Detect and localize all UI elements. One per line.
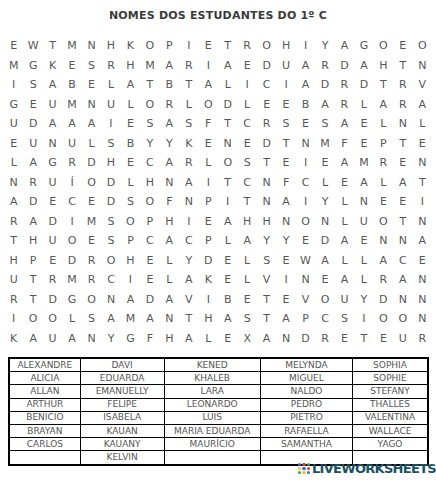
grid-letter-cell[interactable]: L bbox=[354, 270, 373, 290]
grid-letter-cell[interactable]: S bbox=[101, 134, 120, 154]
grid-letter-cell[interactable]: E bbox=[335, 173, 354, 193]
grid-letter-cell[interactable]: I bbox=[276, 270, 295, 290]
grid-letter-cell[interactable]: R bbox=[374, 270, 393, 290]
grid-letter-cell[interactable]: S bbox=[82, 309, 101, 329]
grid-letter-cell[interactable]: E bbox=[218, 270, 237, 290]
grid-letter-cell[interactable]: O bbox=[374, 309, 393, 329]
grid-letter-cell[interactable]: U bbox=[335, 290, 354, 310]
grid-letter-cell[interactable]: U bbox=[43, 231, 62, 251]
grid-letter-cell[interactable]: N bbox=[296, 134, 315, 154]
grid-letter-cell[interactable]: I bbox=[101, 114, 120, 134]
grid-letter-cell[interactable]: G bbox=[43, 153, 62, 173]
grid-letter-cell[interactable]: D bbox=[199, 251, 218, 271]
grid-letter-cell[interactable]: F bbox=[276, 173, 295, 193]
grid-letter-cell[interactable]: O bbox=[62, 231, 81, 251]
grid-letter-cell[interactable]: R bbox=[179, 153, 198, 173]
grid-letter-cell[interactable]: O bbox=[413, 36, 432, 56]
grid-letter-cell[interactable]: S bbox=[276, 114, 295, 134]
grid-letter-cell[interactable]: T bbox=[140, 75, 159, 95]
grid-letter-cell[interactable]: T bbox=[257, 290, 276, 310]
grid-letter-cell[interactable]: A bbox=[374, 95, 393, 115]
grid-letter-cell[interactable]: T bbox=[237, 192, 256, 212]
grid-letter-cell[interactable]: A bbox=[160, 153, 179, 173]
grid-letter-cell[interactable]: E bbox=[276, 153, 295, 173]
liveworksheets-watermark[interactable]: LIVEWORKSHEETS bbox=[298, 461, 436, 476]
grid-letter-cell[interactable]: T bbox=[354, 329, 373, 349]
grid-letter-cell[interactable]: A bbox=[23, 212, 42, 232]
grid-letter-cell[interactable]: E bbox=[296, 114, 315, 134]
grid-letter-cell[interactable]: O bbox=[374, 36, 393, 56]
grid-letter-cell[interactable]: B bbox=[296, 95, 315, 115]
grid-letter-cell[interactable]: R bbox=[4, 212, 23, 232]
grid-letter-cell[interactable]: L bbox=[199, 153, 218, 173]
grid-letter-cell[interactable]: A bbox=[315, 95, 334, 115]
grid-letter-cell[interactable]: O bbox=[82, 173, 101, 193]
grid-letter-cell[interactable]: A bbox=[101, 309, 120, 329]
grid-letter-cell[interactable]: E bbox=[374, 329, 393, 349]
grid-letter-cell[interactable]: D bbox=[43, 290, 62, 310]
grid-letter-cell[interactable]: H bbox=[101, 36, 120, 56]
grid-letter-cell[interactable]: F bbox=[160, 192, 179, 212]
grid-letter-cell[interactable]: B bbox=[160, 75, 179, 95]
grid-letter-cell[interactable]: E bbox=[315, 153, 334, 173]
grid-letter-cell[interactable]: O bbox=[140, 192, 159, 212]
grid-letter-cell[interactable]: A bbox=[43, 114, 62, 134]
grid-letter-cell[interactable]: O bbox=[140, 36, 159, 56]
grid-letter-cell[interactable]: W bbox=[296, 251, 315, 271]
grid-letter-cell[interactable]: M bbox=[315, 134, 334, 154]
grid-letter-cell[interactable]: T bbox=[23, 290, 42, 310]
grid-letter-cell[interactable]: P bbox=[140, 212, 159, 232]
grid-letter-cell[interactable]: L bbox=[354, 95, 373, 115]
grid-letter-cell[interactable]: L bbox=[4, 153, 23, 173]
grid-letter-cell[interactable]: P bbox=[199, 231, 218, 251]
grid-letter-cell[interactable]: N bbox=[82, 329, 101, 349]
grid-letter-cell[interactable]: H bbox=[140, 173, 159, 193]
grid-letter-cell[interactable]: R bbox=[82, 251, 101, 271]
grid-letter-cell[interactable]: D bbox=[335, 56, 354, 76]
grid-letter-cell[interactable]: A bbox=[413, 95, 432, 115]
grid-letter-cell[interactable]: A bbox=[82, 114, 101, 134]
grid-letter-cell[interactable]: L bbox=[160, 251, 179, 271]
grid-letter-cell[interactable]: S bbox=[101, 212, 120, 232]
grid-letter-cell[interactable]: H bbox=[237, 212, 256, 232]
grid-letter-cell[interactable]: I bbox=[296, 36, 315, 56]
grid-letter-cell[interactable]: A bbox=[62, 329, 81, 349]
grid-letter-cell[interactable]: D bbox=[23, 192, 42, 212]
grid-letter-cell[interactable]: A bbox=[218, 56, 237, 76]
grid-letter-cell[interactable]: I bbox=[62, 212, 81, 232]
grid-letter-cell[interactable]: G bbox=[62, 290, 81, 310]
grid-letter-cell[interactable]: U bbox=[43, 329, 62, 349]
grid-letter-cell[interactable]: D bbox=[62, 251, 81, 271]
grid-letter-cell[interactable]: T bbox=[393, 134, 412, 154]
grid-letter-cell[interactable]: D bbox=[101, 173, 120, 193]
grid-letter-cell[interactable]: I bbox=[199, 290, 218, 310]
grid-letter-cell[interactable]: P bbox=[296, 309, 315, 329]
grid-letter-cell[interactable]: O bbox=[296, 212, 315, 232]
grid-letter-cell[interactable]: U bbox=[354, 212, 373, 232]
grid-letter-cell[interactable]: E bbox=[140, 270, 159, 290]
grid-letter-cell[interactable]: M bbox=[354, 153, 373, 173]
grid-letter-cell[interactable]: E bbox=[237, 134, 256, 154]
grid-letter-cell[interactable]: E bbox=[413, 251, 432, 271]
grid-letter-cell[interactable]: N bbox=[43, 134, 62, 154]
grid-letter-cell[interactable]: I bbox=[179, 212, 198, 232]
grid-letter-cell[interactable]: N bbox=[413, 290, 432, 310]
grid-letter-cell[interactable]: D bbox=[257, 56, 276, 76]
grid-letter-cell[interactable]: C bbox=[101, 270, 120, 290]
grid-letter-cell[interactable]: V bbox=[296, 290, 315, 310]
grid-letter-cell[interactable]: S bbox=[140, 114, 159, 134]
grid-letter-cell[interactable]: A bbox=[140, 309, 159, 329]
grid-letter-cell[interactable]: L bbox=[374, 114, 393, 134]
grid-letter-cell[interactable]: P bbox=[23, 251, 42, 271]
grid-letter-cell[interactable]: A bbox=[335, 114, 354, 134]
grid-letter-cell[interactable]: D bbox=[82, 153, 101, 173]
grid-letter-cell[interactable]: B bbox=[218, 290, 237, 310]
grid-letter-cell[interactable]: L bbox=[160, 270, 179, 290]
grid-letter-cell[interactable]: T bbox=[257, 153, 276, 173]
grid-letter-cell[interactable]: A bbox=[296, 56, 315, 76]
grid-letter-cell[interactable]: N bbox=[82, 36, 101, 56]
grid-letter-cell[interactable]: R bbox=[374, 153, 393, 173]
grid-letter-cell[interactable]: E bbox=[354, 231, 373, 251]
grid-letter-cell[interactable]: V bbox=[257, 270, 276, 290]
grid-letter-cell[interactable]: Y bbox=[354, 290, 373, 310]
grid-letter-cell[interactable]: R bbox=[257, 114, 276, 134]
grid-letter-cell[interactable]: L bbox=[101, 75, 120, 95]
grid-letter-cell[interactable]: O bbox=[101, 251, 120, 271]
grid-letter-cell[interactable]: R bbox=[335, 95, 354, 115]
grid-letter-cell[interactable]: R bbox=[335, 75, 354, 95]
grid-letter-cell[interactable]: V bbox=[413, 75, 432, 95]
grid-letter-cell[interactable]: R bbox=[62, 153, 81, 173]
grid-letter-cell[interactable]: N bbox=[276, 212, 295, 232]
grid-letter-cell[interactable]: A bbox=[218, 309, 237, 329]
grid-letter-cell[interactable]: C bbox=[237, 114, 256, 134]
grid-letter-cell[interactable]: U bbox=[43, 173, 62, 193]
grid-letter-cell[interactable]: O bbox=[374, 212, 393, 232]
grid-letter-cell[interactable]: C bbox=[62, 192, 81, 212]
grid-letter-cell[interactable]: A bbox=[179, 173, 198, 193]
grid-letter-cell[interactable]: U bbox=[43, 95, 62, 115]
grid-letter-cell[interactable]: H bbox=[374, 56, 393, 76]
grid-letter-cell[interactable]: I bbox=[121, 270, 140, 290]
grid-letter-cell[interactable]: R bbox=[393, 95, 412, 115]
grid-letter-cell[interactable]: H bbox=[121, 251, 140, 271]
grid-letter-cell[interactable]: N bbox=[393, 114, 412, 134]
grid-letter-cell[interactable]: N bbox=[257, 192, 276, 212]
grid-letter-cell[interactable]: U bbox=[276, 56, 295, 76]
grid-letter-cell[interactable]: L bbox=[218, 75, 237, 95]
grid-letter-cell[interactable]: F bbox=[335, 134, 354, 154]
grid-letter-cell[interactable]: O bbox=[393, 309, 412, 329]
grid-letter-cell[interactable]: A bbox=[121, 290, 140, 310]
grid-letter-cell[interactable]: U bbox=[4, 270, 23, 290]
grid-letter-cell[interactable]: R bbox=[160, 95, 179, 115]
grid-letter-cell[interactable]: Y bbox=[315, 192, 334, 212]
grid-letter-cell[interactable]: N bbox=[4, 173, 23, 193]
grid-letter-cell[interactable]: E bbox=[82, 231, 101, 251]
grid-letter-cell[interactable]: S bbox=[121, 192, 140, 212]
grid-letter-cell[interactable]: A bbox=[296, 75, 315, 95]
grid-letter-cell[interactable]: N bbox=[393, 231, 412, 251]
grid-letter-cell[interactable]: S bbox=[101, 231, 120, 251]
grid-letter-cell[interactable]: D bbox=[218, 95, 237, 115]
grid-letter-cell[interactable]: A bbox=[179, 329, 198, 349]
grid-letter-cell[interactable]: A bbox=[199, 75, 218, 95]
grid-letter-cell[interactable]: E bbox=[199, 134, 218, 154]
grid-letter-cell[interactable]: S bbox=[237, 309, 256, 329]
grid-letter-cell[interactable]: H bbox=[257, 212, 276, 232]
grid-letter-cell[interactable]: L bbox=[354, 251, 373, 271]
grid-letter-cell[interactable]: A bbox=[335, 36, 354, 56]
grid-letter-cell[interactable]: R bbox=[4, 290, 23, 310]
grid-letter-cell[interactable]: H bbox=[160, 212, 179, 232]
grid-letter-cell[interactable]: T bbox=[218, 36, 237, 56]
grid-letter-cell[interactable]: H bbox=[23, 231, 42, 251]
grid-letter-cell[interactable]: I bbox=[199, 173, 218, 193]
grid-letter-cell[interactable]: L bbox=[179, 95, 198, 115]
grid-letter-cell[interactable]: T bbox=[413, 173, 432, 193]
grid-letter-cell[interactable]: M bbox=[140, 56, 159, 76]
grid-letter-cell[interactable]: N bbox=[160, 309, 179, 329]
grid-letter-cell[interactable]: Y bbox=[315, 36, 334, 56]
grid-letter-cell[interactable]: O bbox=[140, 95, 159, 115]
grid-letter-cell[interactable]: E bbox=[276, 95, 295, 115]
grid-letter-cell[interactable]: P bbox=[374, 134, 393, 154]
grid-letter-cell[interactable]: P bbox=[160, 36, 179, 56]
grid-letter-cell[interactable]: E bbox=[23, 95, 42, 115]
grid-letter-cell[interactable]: M bbox=[4, 56, 23, 76]
grid-letter-cell[interactable]: S bbox=[315, 114, 334, 134]
grid-letter-cell[interactable]: H bbox=[101, 153, 120, 173]
grid-letter-cell[interactable]: L bbox=[335, 192, 354, 212]
grid-letter-cell[interactable]: A bbox=[413, 231, 432, 251]
grid-letter-cell[interactable]: A bbox=[4, 192, 23, 212]
grid-letter-cell[interactable]: T bbox=[218, 114, 237, 134]
grid-letter-cell[interactable]: N bbox=[101, 290, 120, 310]
grid-letter-cell[interactable]: I bbox=[4, 309, 23, 329]
grid-letter-cell[interactable]: C bbox=[140, 153, 159, 173]
grid-letter-cell[interactable]: C bbox=[296, 173, 315, 193]
grid-letter-cell[interactable]: L bbox=[82, 134, 101, 154]
grid-letter-cell[interactable]: I bbox=[199, 56, 218, 76]
grid-letter-cell[interactable]: N bbox=[413, 270, 432, 290]
grid-letter-cell[interactable]: L bbox=[413, 114, 432, 134]
grid-letter-cell[interactable]: I bbox=[179, 36, 198, 56]
grid-letter-cell[interactable]: D bbox=[140, 290, 159, 310]
grid-letter-cell[interactable]: O bbox=[82, 290, 101, 310]
grid-letter-cell[interactable]: A bbox=[276, 192, 295, 212]
grid-letter-cell[interactable]: L bbox=[62, 309, 81, 329]
grid-letter-cell[interactable]: O bbox=[218, 153, 237, 173]
grid-letter-cell[interactable]: E bbox=[374, 192, 393, 212]
grid-letter-cell[interactable]: I bbox=[296, 153, 315, 173]
grid-letter-cell[interactable]: N bbox=[413, 153, 432, 173]
grid-letter-cell[interactable]: I bbox=[276, 75, 295, 95]
grid-letter-cell[interactable]: M bbox=[62, 36, 81, 56]
grid-letter-cell[interactable]: D bbox=[43, 212, 62, 232]
grid-letter-cell[interactable]: E bbox=[335, 329, 354, 349]
grid-letter-cell[interactable]: L bbox=[218, 231, 237, 251]
grid-letter-cell[interactable]: E bbox=[276, 290, 295, 310]
grid-letter-cell[interactable]: M bbox=[121, 309, 140, 329]
grid-letter-cell[interactable]: D bbox=[257, 134, 276, 154]
grid-letter-cell[interactable]: T bbox=[23, 270, 42, 290]
grid-letter-cell[interactable]: R bbox=[315, 56, 334, 76]
grid-letter-cell[interactable]: K bbox=[4, 329, 23, 349]
grid-letter-cell[interactable]: A bbox=[354, 173, 373, 193]
grid-letter-cell[interactable]: H bbox=[160, 329, 179, 349]
grid-letter-cell[interactable]: L bbox=[237, 251, 256, 271]
grid-letter-cell[interactable]: D bbox=[315, 75, 334, 95]
grid-letter-cell[interactable]: E bbox=[296, 231, 315, 251]
grid-letter-cell[interactable]: E bbox=[393, 153, 412, 173]
grid-letter-cell[interactable]: E bbox=[199, 36, 218, 56]
grid-letter-cell[interactable]: A bbox=[160, 114, 179, 134]
grid-letter-cell[interactable]: E bbox=[218, 251, 237, 271]
grid-letter-cell[interactable]: D bbox=[374, 290, 393, 310]
grid-letter-cell[interactable]: C bbox=[237, 173, 256, 193]
grid-letter-cell[interactable]: N bbox=[413, 309, 432, 329]
grid-letter-cell[interactable]: I bbox=[354, 309, 373, 329]
grid-letter-cell[interactable]: A bbox=[62, 114, 81, 134]
grid-letter-cell[interactable]: D bbox=[354, 75, 373, 95]
grid-letter-cell[interactable]: R bbox=[43, 270, 62, 290]
grid-letter-cell[interactable]: A bbox=[237, 231, 256, 251]
grid-letter-cell[interactable]: W bbox=[23, 36, 42, 56]
grid-letter-cell[interactable]: E bbox=[43, 251, 62, 271]
grid-letter-cell[interactable]: S bbox=[335, 309, 354, 329]
grid-letter-cell[interactable]: I bbox=[4, 75, 23, 95]
grid-letter-cell[interactable]: T bbox=[276, 134, 295, 154]
grid-letter-cell[interactable]: A bbox=[335, 153, 354, 173]
grid-letter-cell[interactable]: D bbox=[315, 231, 334, 251]
grid-letter-cell[interactable]: S bbox=[179, 114, 198, 134]
grid-letter-cell[interactable]: X bbox=[237, 329, 256, 349]
grid-letter-cell[interactable]: E bbox=[237, 290, 256, 310]
grid-letter-cell[interactable]: T bbox=[4, 231, 23, 251]
grid-letter-cell[interactable]: A bbox=[393, 270, 412, 290]
grid-letter-cell[interactable]: A bbox=[218, 212, 237, 232]
grid-letter-cell[interactable]: Í bbox=[62, 173, 81, 193]
grid-letter-cell[interactable]: Y bbox=[179, 251, 198, 271]
grid-letter-cell[interactable]: O bbox=[23, 309, 42, 329]
grid-letter-cell[interactable]: L bbox=[315, 173, 334, 193]
grid-letter-cell[interactable]: T bbox=[393, 212, 412, 232]
grid-letter-cell[interactable]: Y bbox=[276, 231, 295, 251]
grid-letter-cell[interactable]: A bbox=[179, 270, 198, 290]
grid-letter-cell[interactable]: I bbox=[296, 192, 315, 212]
grid-letter-cell[interactable]: A bbox=[257, 329, 276, 349]
grid-letter-cell[interactable]: O bbox=[257, 36, 276, 56]
grid-letter-cell[interactable]: U bbox=[4, 114, 23, 134]
grid-letter-cell[interactable]: F bbox=[140, 329, 159, 349]
grid-letter-cell[interactable]: G bbox=[121, 329, 140, 349]
grid-letter-cell[interactable]: L bbox=[374, 173, 393, 193]
grid-letter-cell[interactable]: A bbox=[276, 309, 295, 329]
grid-letter-cell[interactable]: A bbox=[23, 153, 42, 173]
grid-letter-cell[interactable]: N bbox=[179, 192, 198, 212]
grid-letter-cell[interactable]: E bbox=[43, 192, 62, 212]
grid-letter-cell[interactable]: H bbox=[121, 56, 140, 76]
grid-letter-cell[interactable]: S bbox=[257, 251, 276, 271]
grid-letter-cell[interactable]: E bbox=[393, 192, 412, 212]
grid-letter-cell[interactable]: P bbox=[121, 231, 140, 251]
grid-letter-cell[interactable]: E bbox=[121, 153, 140, 173]
grid-letter-cell[interactable]: R bbox=[23, 173, 42, 193]
grid-letter-cell[interactable]: D bbox=[23, 114, 42, 134]
grid-letter-cell[interactable]: E bbox=[276, 251, 295, 271]
grid-letter-cell[interactable]: E bbox=[354, 114, 373, 134]
grid-letter-cell[interactable]: Y bbox=[140, 134, 159, 154]
grid-letter-cell[interactable]: N bbox=[296, 270, 315, 290]
grid-letter-cell[interactable]: E bbox=[218, 329, 237, 349]
grid-letter-cell[interactable]: N bbox=[315, 212, 334, 232]
grid-letter-cell[interactable]: E bbox=[413, 134, 432, 154]
grid-letter-cell[interactable]: N bbox=[218, 134, 237, 154]
grid-letter-cell[interactable]: L bbox=[335, 251, 354, 271]
grid-letter-cell[interactable]: U bbox=[101, 95, 120, 115]
grid-letter-cell[interactable]: T bbox=[179, 75, 198, 95]
grid-letter-cell[interactable]: N bbox=[82, 95, 101, 115]
grid-letter-cell[interactable]: T bbox=[374, 75, 393, 95]
grid-letter-cell[interactable]: T bbox=[179, 309, 198, 329]
liveworksheets-label[interactable]: LIVEWORKSHEETS bbox=[312, 461, 436, 476]
grid-letter-cell[interactable]: A bbox=[315, 251, 334, 271]
grid-letter-cell[interactable]: C bbox=[393, 251, 412, 271]
grid-letter-cell[interactable]: M bbox=[62, 95, 81, 115]
grid-letter-cell[interactable]: O bbox=[199, 95, 218, 115]
grid-letter-cell[interactable]: E bbox=[82, 192, 101, 212]
grid-letter-cell[interactable]: G bbox=[4, 95, 23, 115]
grid-letter-cell[interactable]: E bbox=[4, 134, 23, 154]
grid-letter-cell[interactable]: L bbox=[335, 212, 354, 232]
grid-letter-cell[interactable]: N bbox=[393, 290, 412, 310]
grid-letter-cell[interactable]: E bbox=[315, 270, 334, 290]
grid-letter-cell[interactable]: L bbox=[237, 95, 256, 115]
grid-letter-cell[interactable]: C bbox=[140, 231, 159, 251]
grid-letter-cell[interactable]: L bbox=[121, 173, 140, 193]
grid-letter-cell[interactable]: G bbox=[354, 36, 373, 56]
grid-letter-cell[interactable]: S bbox=[82, 56, 101, 76]
grid-letter-cell[interactable]: N bbox=[354, 192, 373, 212]
grid-letter-cell[interactable]: V bbox=[179, 290, 198, 310]
grid-letter-cell[interactable]: R bbox=[82, 270, 101, 290]
grid-letter-cell[interactable]: S bbox=[23, 75, 42, 95]
grid-letter-cell[interactable]: E bbox=[62, 56, 81, 76]
grid-letter-cell[interactable]: O bbox=[121, 212, 140, 232]
grid-letter-cell[interactable]: I bbox=[237, 75, 256, 95]
grid-letter-cell[interactable]: A bbox=[335, 231, 354, 251]
grid-letter-cell[interactable]: A bbox=[393, 173, 412, 193]
grid-letter-cell[interactable]: T bbox=[393, 56, 412, 76]
grid-letter-cell[interactable]: K bbox=[43, 56, 62, 76]
grid-letter-cell[interactable]: E bbox=[237, 56, 256, 76]
grid-letter-cell[interactable]: A bbox=[335, 270, 354, 290]
grid-letter-cell[interactable]: M bbox=[82, 212, 101, 232]
grid-letter-cell[interactable]: A bbox=[43, 75, 62, 95]
grid-letter-cell[interactable]: R bbox=[101, 56, 120, 76]
grid-letter-cell[interactable]: A bbox=[374, 251, 393, 271]
grid-letter-cell[interactable]: F bbox=[199, 114, 218, 134]
grid-letter-cell[interactable]: Y bbox=[257, 231, 276, 251]
grid-letter-cell[interactable]: R bbox=[237, 36, 256, 56]
grid-letter-cell[interactable]: N bbox=[160, 173, 179, 193]
grid-letter-cell[interactable]: E bbox=[82, 75, 101, 95]
